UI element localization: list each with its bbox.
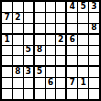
sudoku-cell-r5c6[interactable] bbox=[56, 46, 66, 56]
sudoku-cell-r7c6[interactable] bbox=[56, 67, 66, 77]
sudoku-cell-r2c9[interactable] bbox=[89, 13, 99, 23]
sudoku-cell-r9c5[interactable] bbox=[46, 89, 56, 99]
sudoku-cell-r4c1[interactable]: 1 bbox=[2, 35, 12, 45]
sudoku-cell-r4c8[interactable] bbox=[78, 35, 88, 45]
sudoku-cell-r2c4[interactable] bbox=[35, 13, 45, 23]
sudoku-cell-r5c4[interactable]: 8 bbox=[35, 46, 45, 56]
sudoku-cell-r2c1[interactable]: 7 bbox=[2, 13, 12, 23]
sudoku-cell-r4c2[interactable] bbox=[13, 35, 23, 45]
sudoku-cell-r2c6[interactable] bbox=[56, 13, 66, 23]
sudoku-cell-r5c1[interactable] bbox=[2, 46, 12, 56]
sudoku-cell-r2c2[interactable]: 2 bbox=[13, 13, 23, 23]
sudoku-cell-r1c8[interactable]: 5 bbox=[78, 2, 88, 12]
sudoku-cell-r7c4[interactable]: 5 bbox=[35, 67, 45, 77]
sudoku-cell-r8c3[interactable] bbox=[24, 78, 34, 88]
sudoku-cell-r6c4[interactable] bbox=[35, 56, 45, 66]
sudoku-cell-r6c1[interactable] bbox=[2, 56, 12, 66]
sudoku-cell-r4c5[interactable] bbox=[46, 35, 56, 45]
sudoku-cell-r1c9[interactable]: 3 bbox=[89, 2, 99, 12]
sudoku-cell-r9c7[interactable] bbox=[67, 89, 77, 99]
sudoku-cell-r3c8[interactable] bbox=[78, 24, 88, 34]
sudoku-cell-r8c1[interactable] bbox=[2, 78, 12, 88]
sudoku-cell-r6c3[interactable] bbox=[24, 56, 34, 66]
sudoku-cell-r2c7[interactable] bbox=[67, 13, 77, 23]
sudoku-cell-r6c8[interactable] bbox=[78, 56, 88, 66]
sudoku-cell-r1c7[interactable]: 4 bbox=[67, 2, 77, 12]
sudoku-board: 45372812658835671 bbox=[0, 0, 101, 101]
sudoku-cell-r8c9[interactable] bbox=[89, 78, 99, 88]
sudoku-cell-r4c4[interactable] bbox=[35, 35, 45, 45]
sudoku-cell-r9c2[interactable] bbox=[13, 89, 23, 99]
sudoku-cell-r8c8[interactable]: 1 bbox=[78, 78, 88, 88]
sudoku-cell-r8c2[interactable] bbox=[13, 78, 23, 88]
sudoku-cell-r4c6[interactable]: 2 bbox=[56, 35, 66, 45]
sudoku-cell-r2c3[interactable] bbox=[24, 13, 34, 23]
sudoku-cell-r9c6[interactable] bbox=[56, 89, 66, 99]
sudoku-cell-r7c3[interactable]: 3 bbox=[24, 67, 34, 77]
sudoku-cell-r5c7[interactable] bbox=[67, 46, 77, 56]
sudoku-cell-r1c3[interactable] bbox=[24, 2, 34, 12]
sudoku-cell-r6c7[interactable] bbox=[67, 56, 77, 66]
sudoku-cell-r5c5[interactable] bbox=[46, 46, 56, 56]
sudoku-cell-r4c7[interactable]: 6 bbox=[67, 35, 77, 45]
sudoku-cell-r5c9[interactable] bbox=[89, 46, 99, 56]
sudoku-cell-r5c2[interactable] bbox=[13, 46, 23, 56]
sudoku-cell-r9c8[interactable] bbox=[78, 89, 88, 99]
sudoku-cell-r3c1[interactable] bbox=[2, 24, 12, 34]
sudoku-cell-r2c8[interactable] bbox=[78, 13, 88, 23]
sudoku-cell-r6c5[interactable] bbox=[46, 56, 56, 66]
sudoku-cell-r3c9[interactable]: 8 bbox=[89, 24, 99, 34]
sudoku-cell-r9c1[interactable] bbox=[2, 89, 12, 99]
sudoku-cell-r7c9[interactable] bbox=[89, 67, 99, 77]
sudoku-cell-r1c4[interactable] bbox=[35, 2, 45, 12]
sudoku-cell-r3c4[interactable] bbox=[35, 24, 45, 34]
sudoku-cell-r6c6[interactable] bbox=[56, 56, 66, 66]
sudoku-cell-r9c9[interactable] bbox=[89, 89, 99, 99]
sudoku-cell-r6c2[interactable] bbox=[13, 56, 23, 66]
sudoku-cell-r8c6[interactable] bbox=[56, 78, 66, 88]
sudoku-cell-r8c7[interactable]: 7 bbox=[67, 78, 77, 88]
sudoku-cell-r3c7[interactable] bbox=[67, 24, 77, 34]
sudoku-cell-r8c4[interactable] bbox=[35, 78, 45, 88]
sudoku-cell-r3c3[interactable] bbox=[24, 24, 34, 34]
sudoku-cell-r8c5[interactable]: 6 bbox=[46, 78, 56, 88]
sudoku-cell-r7c5[interactable] bbox=[46, 67, 56, 77]
sudoku-cell-r1c6[interactable] bbox=[56, 2, 66, 12]
sudoku-cell-r7c2[interactable]: 8 bbox=[13, 67, 23, 77]
sudoku-cell-r1c2[interactable] bbox=[13, 2, 23, 12]
sudoku-cell-r1c1[interactable] bbox=[2, 2, 12, 12]
sudoku-cell-r7c1[interactable] bbox=[2, 67, 12, 77]
sudoku-cell-r9c4[interactable] bbox=[35, 89, 45, 99]
sudoku-cell-r4c3[interactable] bbox=[24, 35, 34, 45]
sudoku-cell-r6c9[interactable] bbox=[89, 56, 99, 66]
sudoku-cell-r5c8[interactable] bbox=[78, 46, 88, 56]
sudoku-cell-r3c2[interactable] bbox=[13, 24, 23, 34]
sudoku-cell-r3c5[interactable] bbox=[46, 24, 56, 34]
sudoku-cell-r7c7[interactable] bbox=[67, 67, 77, 77]
sudoku-cell-r2c5[interactable] bbox=[46, 13, 56, 23]
sudoku-cell-r5c3[interactable]: 5 bbox=[24, 46, 34, 56]
sudoku-cell-r4c9[interactable] bbox=[89, 35, 99, 45]
sudoku-cell-r1c5[interactable] bbox=[46, 2, 56, 12]
sudoku-cell-r7c8[interactable] bbox=[78, 67, 88, 77]
sudoku-cell-r3c6[interactable] bbox=[56, 24, 66, 34]
sudoku-cell-r9c3[interactable] bbox=[24, 89, 34, 99]
